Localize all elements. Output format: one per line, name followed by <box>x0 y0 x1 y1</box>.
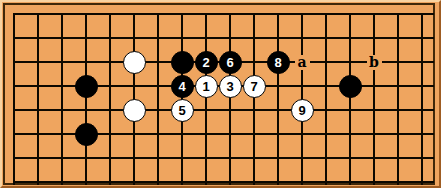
grid-hline <box>13 109 434 111</box>
black-stone <box>171 51 194 74</box>
white-stone-move-7: 7 <box>243 75 266 98</box>
go-diagram: ab123456789 <box>0 0 441 188</box>
go-board: ab123456789 <box>0 0 441 188</box>
black-stone <box>75 123 98 146</box>
white-stone <box>123 99 146 122</box>
grid-hline <box>13 37 434 39</box>
letter-point-b: b <box>367 55 382 70</box>
black-stone-move-8: 8 <box>267 51 290 74</box>
grid-hline <box>13 13 434 15</box>
grid-hline <box>13 181 434 183</box>
white-stone-move-5: 5 <box>171 99 194 122</box>
black-stone <box>339 75 362 98</box>
black-stone-move-2: 2 <box>195 51 218 74</box>
grid-hline <box>13 157 434 159</box>
white-stone-move-9: 9 <box>291 99 314 122</box>
black-stone <box>75 75 98 98</box>
black-stone-move-6: 6 <box>219 51 242 74</box>
letter-point-a: a <box>295 55 310 70</box>
white-stone-move-3: 3 <box>219 75 242 98</box>
white-stone <box>123 51 146 74</box>
black-stone-move-4: 4 <box>171 75 194 98</box>
white-stone-move-1: 1 <box>195 75 218 98</box>
